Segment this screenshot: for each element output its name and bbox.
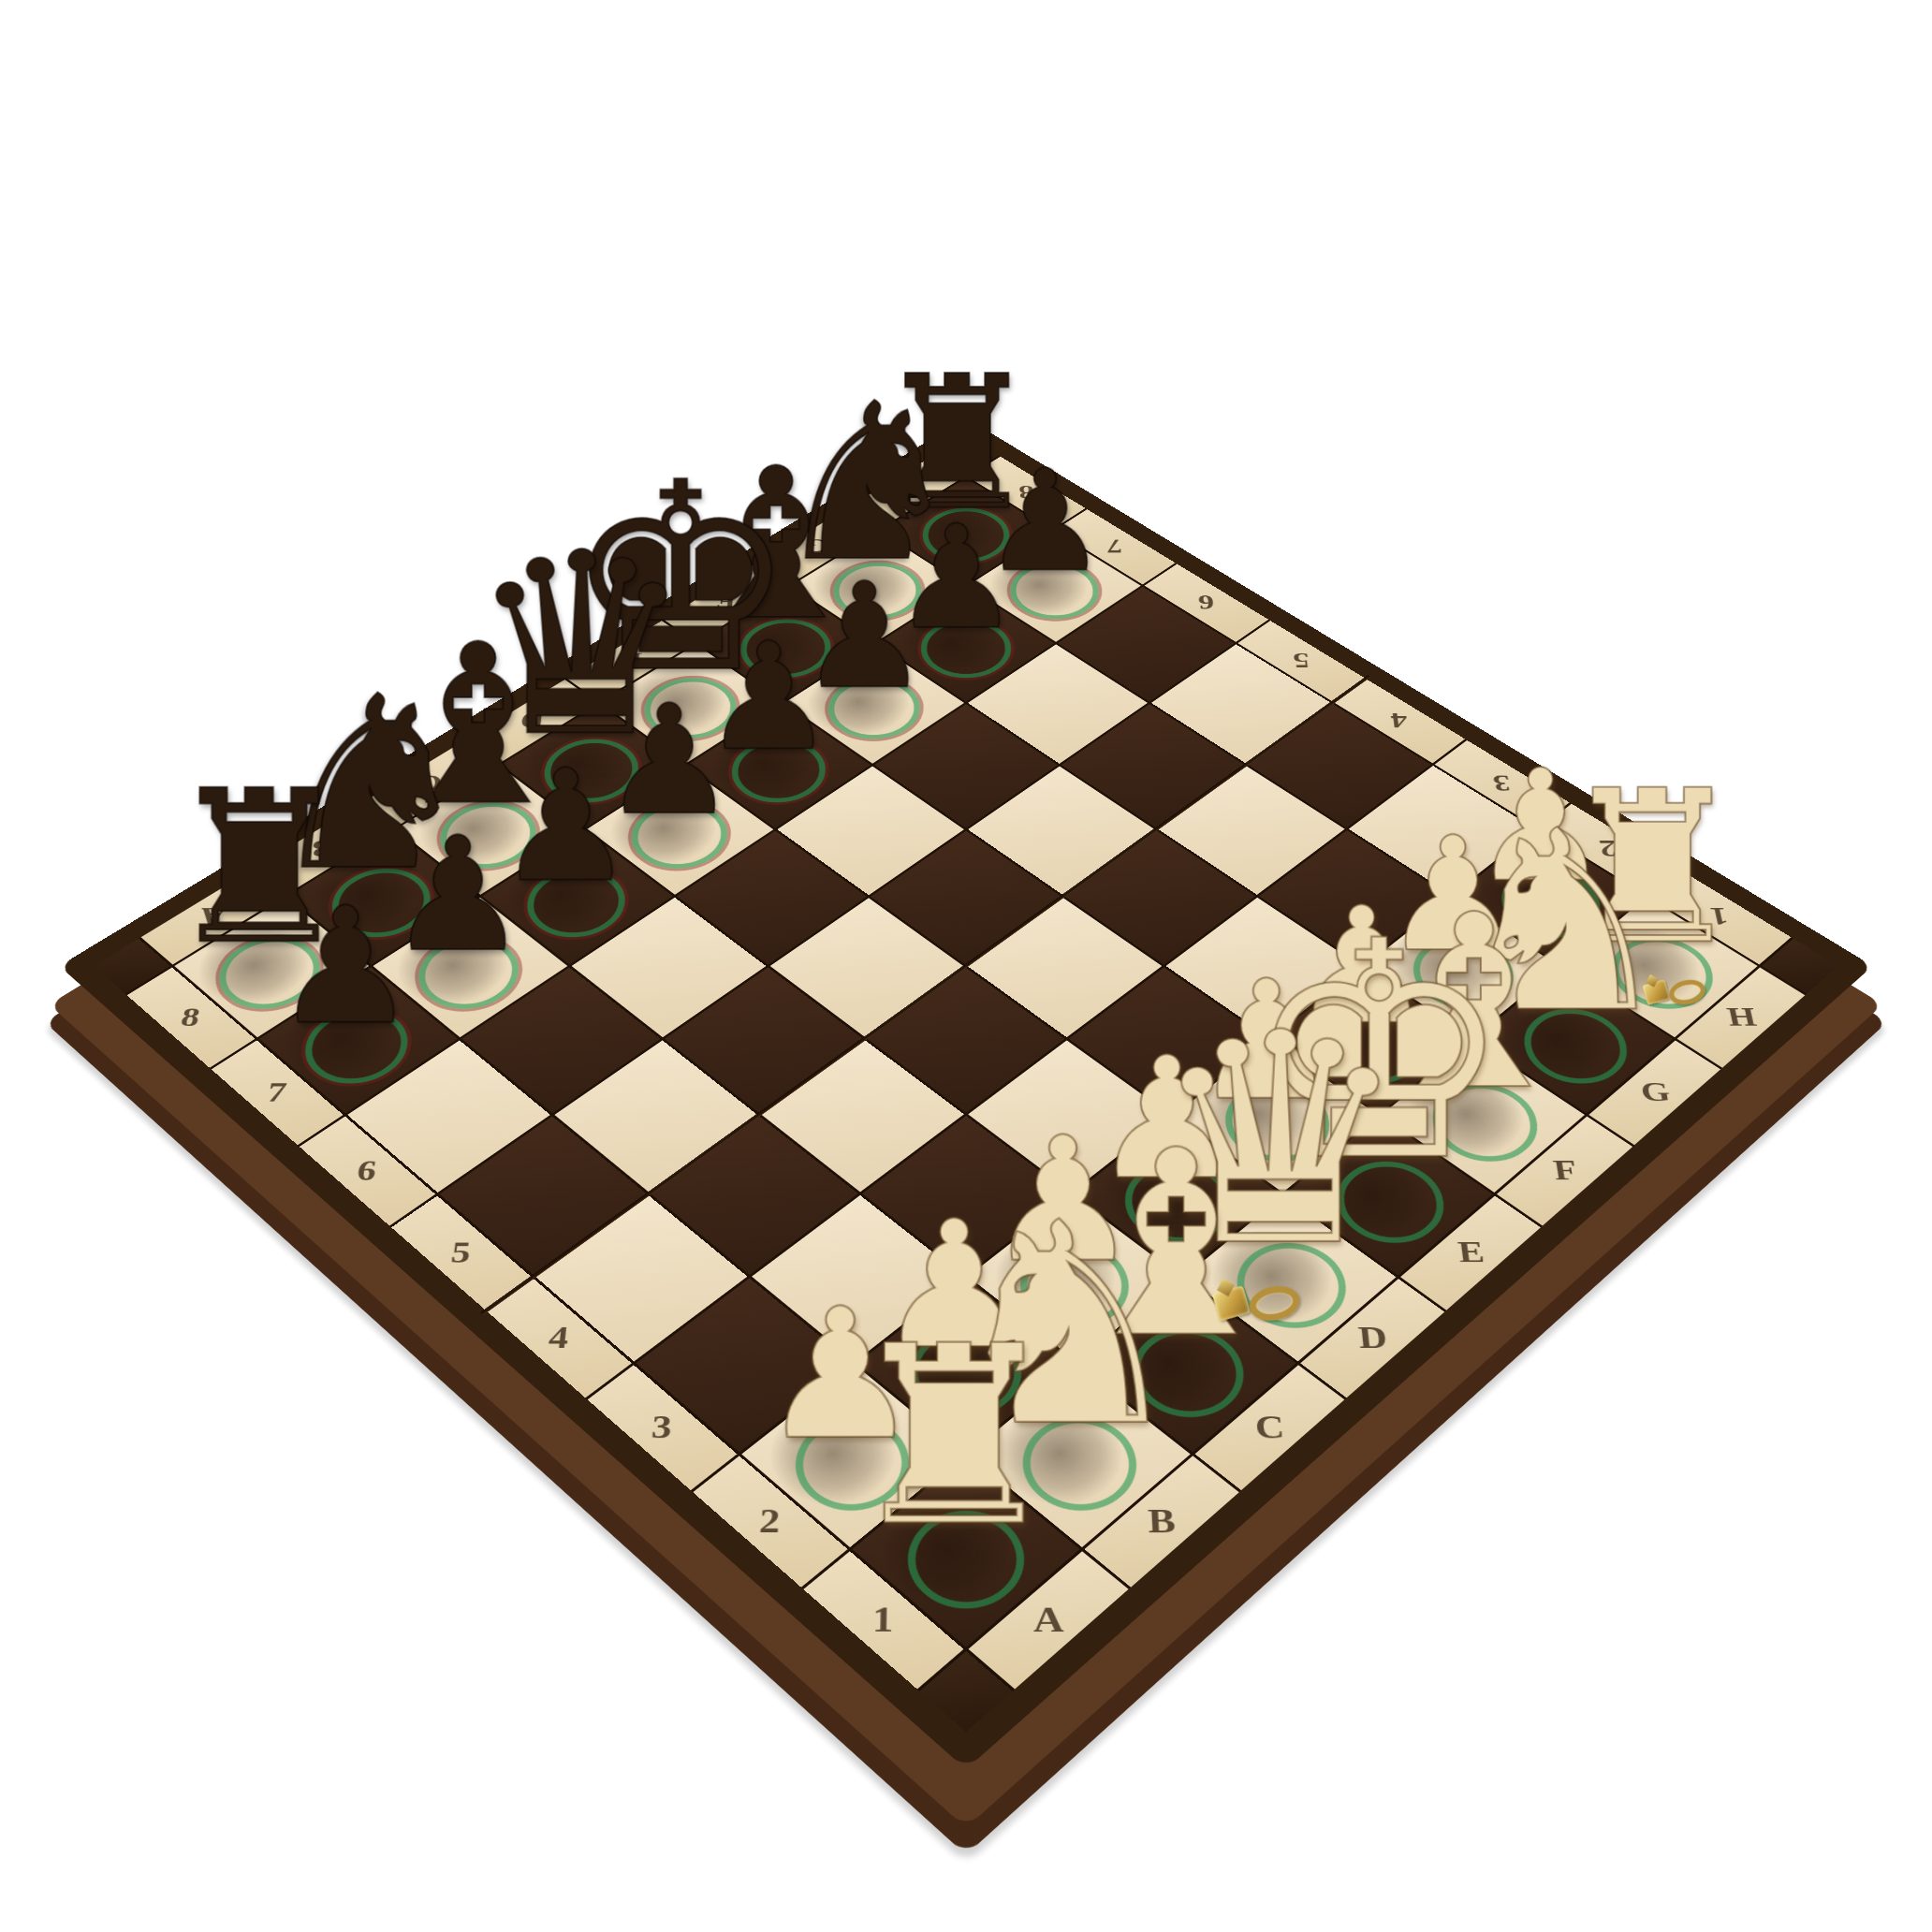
square-h7[interactable]: ♟: [968, 532, 1141, 642]
piece-shadow: [872, 593, 1029, 694]
clasp-hook-icon: [1643, 979, 1670, 1005]
felt-base-ring: [815, 551, 941, 632]
file-label: E: [567, 621, 695, 701]
file-label-text: E: [1456, 1235, 1486, 1269]
square-f8[interactable]: ♝: [698, 587, 874, 702]
rank-label-text: 4: [1389, 708, 1409, 733]
square-h6[interactable]: [1058, 587, 1234, 702]
file-label-text: B: [1148, 1500, 1178, 1541]
piece-white-rook[interactable]: ♜: [767, 1313, 1140, 1560]
rank-label-text: 7: [1106, 535, 1123, 558]
piece-black-pawn[interactable]: ♟: [812, 506, 1101, 650]
file-label-text: F: [715, 591, 737, 614]
felt-base-ring: [612, 789, 747, 883]
felt-base-ring: [723, 607, 850, 691]
piece-black-pawn[interactable]: ♟: [183, 885, 509, 1046]
piece-shadow: [693, 593, 849, 694]
rank-label: 6: [1144, 563, 1267, 641]
piece-shadow: [779, 650, 938, 755]
rank-label-text: 1: [872, 1598, 895, 1640]
square-d8[interactable]: ♛: [501, 704, 684, 827]
piece-black-pawn[interactable]: ♟: [717, 563, 1012, 709]
file-label-text: C: [1254, 1408, 1286, 1446]
file-label: H: [847, 457, 965, 529]
rank-label: 4: [1334, 680, 1465, 764]
rank-label-text: 5: [448, 1235, 473, 1269]
felt-base-ring: [525, 726, 657, 816]
frame-corner: [933, 435, 999, 476]
square-g5[interactable]: [1061, 704, 1245, 827]
piece-shadow: [596, 650, 755, 755]
rank-label-text: 4: [548, 1319, 571, 1355]
rank-label-text: 6: [1197, 591, 1215, 614]
file-label-text: D: [1357, 1319, 1390, 1355]
scene: 87654321H♜♟♟♜HG♞♟♟♞GF♝♟♟♝FE♚♟♟♚ED♛♟♟♛DC♝…: [0, 0, 1932, 1932]
rank-label-text: 5: [1292, 649, 1310, 673]
piece-black-rook[interactable]: ♜: [817, 352, 1096, 536]
file-label-text: D: [519, 708, 546, 733]
piece-black-king[interactable]: ♚: [534, 449, 828, 710]
piece-shadow: [876, 483, 1027, 578]
square-e8[interactable]: ♚: [601, 644, 781, 763]
file-label-text: E: [619, 649, 643, 673]
rank-label-text: 8: [1018, 481, 1034, 504]
file-label-text: H: [1724, 1002, 1759, 1032]
piece-black-pawn[interactable]: ♟: [619, 623, 919, 772]
file-label-text: C: [416, 770, 445, 797]
felt-base-ring: [992, 551, 1118, 632]
piece-black-bishop[interactable]: ♝: [632, 441, 921, 649]
square-e7[interactable]: ♟: [688, 704, 871, 827]
piece-black-queen[interactable]: ♛: [432, 520, 732, 771]
rank-label: 8: [968, 457, 1086, 529]
file-label-text: G: [805, 535, 830, 558]
square-h8[interactable]: ♜: [881, 477, 1050, 584]
piece-shadow: [962, 536, 1116, 635]
square-h5[interactable]: [1151, 644, 1331, 763]
felt-base-ring: [625, 666, 755, 752]
square-f6[interactable]: [874, 704, 1058, 827]
file-label: D: [467, 680, 598, 764]
felt-base-ring: [810, 666, 940, 752]
chess-board: 87654321H♜♟♟♜HG♞♟♟♞GF♝♟♟♝FE♚♟♟♚ED♛♟♟♛DC♝…: [59, 418, 1872, 1770]
rank-label: 5: [1237, 621, 1365, 701]
piece-black-pawn[interactable]: ♟: [903, 451, 1187, 592]
file-label-text: F: [1551, 1153, 1579, 1186]
square-g8[interactable]: ♞: [791, 532, 964, 642]
rank-label-text: 7: [264, 1076, 288, 1108]
felt-base-ring: [712, 726, 844, 816]
square-d6[interactable]: [677, 830, 868, 964]
felt-base-ring: [902, 607, 1030, 691]
square-g6[interactable]: [968, 644, 1148, 763]
rank-label: 7: [1054, 509, 1175, 584]
clasp-hook-icon: [1212, 1285, 1251, 1321]
piece-black-pawn[interactable]: ♟: [517, 685, 823, 837]
square-g7[interactable]: ♟: [878, 587, 1054, 702]
page: 87654321H♜♟♟♜HG♞♟♟♞GF♝♟♟♝FE♚♟♟♚ED♛♟♟♛DC♝…: [0, 0, 1932, 1932]
piece-black-knight[interactable]: ♞: [726, 374, 1010, 592]
file-label-text: H: [894, 481, 918, 504]
square-f7[interactable]: ♟: [784, 644, 964, 763]
file-label-text: A: [1033, 1598, 1065, 1640]
piece-shadow: [786, 536, 940, 635]
square-e6[interactable]: [777, 766, 963, 895]
felt-base-ring: [904, 497, 1027, 574]
square-f5[interactable]: [968, 766, 1154, 895]
board-grid: 87654321H♜♟♟♜HG♞♟♟♞GF♝♟♟♝FE♚♟♟♚ED♛♟♟♛DC♝…: [94, 435, 1838, 1732]
file-label: F: [664, 563, 787, 641]
file-label-text: G: [1638, 1076, 1673, 1108]
square-e5[interactable]: [871, 830, 1061, 964]
rank-label-text: 6: [355, 1153, 379, 1186]
piece-shadow: [682, 710, 844, 819]
file-label: G: [757, 509, 878, 584]
